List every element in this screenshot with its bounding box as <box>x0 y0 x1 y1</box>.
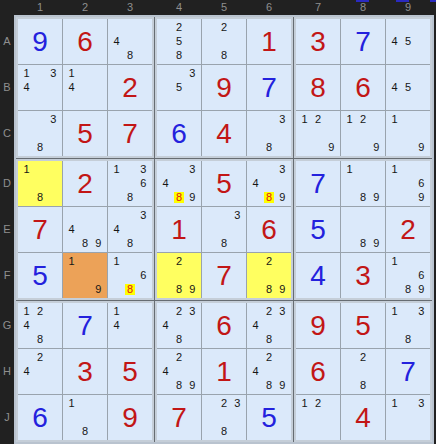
candidate-grid: 19 <box>65 254 105 297</box>
candidate-8: 8 <box>266 334 272 345</box>
cell-value: 8 <box>296 65 340 110</box>
board: 9648134142385725828135976438374586451291… <box>14 15 434 444</box>
box-1-2: 25828135976438 <box>155 17 293 158</box>
candidate-grid: 45 <box>388 20 428 63</box>
candidate-1: 1 <box>392 398 398 409</box>
row-label-F: F <box>0 269 14 281</box>
candidate-4: 4 <box>163 178 169 189</box>
candidate-1: 1 <box>392 114 398 125</box>
cell-B7[interactable]: 8 <box>296 65 340 110</box>
cell-value: 7 <box>247 65 291 110</box>
candidate-6: 6 <box>140 178 146 189</box>
box-3-1: 124871424356189 <box>16 301 154 442</box>
candidate-4: 4 <box>392 82 398 93</box>
col-label-9: 9 <box>405 0 411 15</box>
cell-A8[interactable]: 7 <box>341 19 385 64</box>
candidate-1: 1 <box>114 164 120 175</box>
cell-A7[interactable]: 3 <box>296 19 340 64</box>
col-label-4: 4 <box>176 0 182 15</box>
candidate-6: 6 <box>140 270 146 281</box>
cell-G3[interactable]: 14 <box>108 303 152 348</box>
cell-D9[interactable]: 169 <box>386 161 430 206</box>
cell-A5[interactable]: 28 <box>202 19 246 64</box>
box-2-2: 34895348913862897289 <box>155 159 293 300</box>
row-label-D: D <box>0 177 14 189</box>
cell-D1[interactable]: 18 <box>18 161 62 206</box>
cell-B1[interactable]: 134 <box>18 65 62 110</box>
cell-C5[interactable]: 4 <box>202 111 246 156</box>
candidate-8: 8 <box>125 284 135 295</box>
cell-E1[interactable]: 7 <box>18 207 62 252</box>
candidate-1: 1 <box>347 114 353 125</box>
candidate-3: 3 <box>189 164 195 175</box>
candidate-grid: 2489 <box>249 350 289 393</box>
box-1-3: 3745864512912919 <box>294 17 432 158</box>
cell-G5[interactable]: 6 <box>202 303 246 348</box>
cell-B6[interactable]: 7 <box>247 65 291 110</box>
cell-F8[interactable]: 3 <box>341 253 385 298</box>
candidate-1: 1 <box>347 164 353 175</box>
candidate-3: 3 <box>234 210 240 221</box>
col-label-1: 1 <box>37 0 43 15</box>
candidate-8: 8 <box>360 238 366 249</box>
cell-C6[interactable]: 38 <box>247 111 291 156</box>
cell-value: 5 <box>63 111 107 156</box>
cell-H5[interactable]: 1 <box>202 349 246 394</box>
candidate-1: 1 <box>392 306 398 317</box>
candidate-grid: 3489 <box>249 162 289 205</box>
cell-C1[interactable]: 38 <box>18 111 62 156</box>
cell-E4[interactable]: 1 <box>157 207 201 252</box>
candidate-grid: 14 <box>110 304 150 347</box>
row-label-C: C <box>0 127 14 139</box>
cell-value: 5 <box>341 303 385 348</box>
box-3-3: 95138628712413 <box>294 301 432 442</box>
row-label-H: H <box>0 365 14 377</box>
candidate-grid: 19 <box>388 112 428 155</box>
candidate-8: 8 <box>221 50 227 61</box>
cell-H4[interactable]: 2489 <box>157 349 201 394</box>
candidate-2: 2 <box>315 398 321 409</box>
candidate-8: 8 <box>266 284 272 295</box>
candidate-2: 2 <box>176 256 182 267</box>
candidate-8: 8 <box>127 50 133 61</box>
cell-F9[interactable]: 1689 <box>386 253 430 298</box>
candidate-9: 9 <box>95 284 101 295</box>
candidate-2: 2 <box>266 352 272 363</box>
candidate-grid: 48 <box>110 20 150 63</box>
candidate-8: 8 <box>176 380 182 391</box>
col-label-5: 5 <box>221 0 227 15</box>
cell-H2[interactable]: 3 <box>63 349 107 394</box>
candidate-2: 2 <box>37 352 43 363</box>
candidate-2: 2 <box>266 256 272 267</box>
cell-value: 9 <box>108 395 152 440</box>
candidate-9: 9 <box>418 192 424 203</box>
candidate-8: 8 <box>127 192 133 203</box>
candidate-1: 1 <box>114 256 120 267</box>
candidate-3: 3 <box>140 210 146 221</box>
cell-E7[interactable]: 5 <box>296 207 340 252</box>
cell-value: 1 <box>247 19 291 64</box>
candidate-2: 2 <box>266 306 272 317</box>
candidate-grid: 489 <box>65 208 105 251</box>
col-label-3: 3 <box>127 0 133 15</box>
cell-C8[interactable]: 129 <box>341 111 385 156</box>
candidate-4: 4 <box>253 178 259 189</box>
candidate-8: 8 <box>221 238 227 249</box>
candidate-grid: 35 <box>159 66 199 109</box>
candidate-4: 4 <box>24 366 30 377</box>
candidate-1: 1 <box>392 256 398 267</box>
candidate-grid: 18 <box>65 396 105 439</box>
candidate-grid: 24 <box>20 350 60 393</box>
cell-value: 5 <box>18 253 62 298</box>
candidate-grid: 28 <box>204 20 244 63</box>
candidate-4: 4 <box>163 366 169 377</box>
candidate-8: 8 <box>174 192 184 203</box>
candidate-6: 6 <box>418 178 424 189</box>
candidate-8: 8 <box>37 334 43 345</box>
candidate-grid: 348 <box>110 208 150 251</box>
candidate-grid: 13 <box>388 396 428 439</box>
cell-C7[interactable]: 129 <box>296 111 340 156</box>
cell-B9[interactable]: 45 <box>386 65 430 110</box>
candidate-9: 9 <box>373 142 379 153</box>
candidate-4: 4 <box>253 366 259 377</box>
cell-value: 4 <box>341 395 385 440</box>
cell-A2[interactable]: 6 <box>63 19 107 64</box>
candidate-grid: 1368 <box>110 162 150 205</box>
cell-D8[interactable]: 189 <box>341 161 385 206</box>
candidate-9: 9 <box>279 284 285 295</box>
cell-G4[interactable]: 2348 <box>157 303 201 348</box>
cell-H1[interactable]: 24 <box>18 349 62 394</box>
candidate-grid: 169 <box>388 162 428 205</box>
cell-E5[interactable]: 38 <box>202 207 246 252</box>
candidate-grid: 38 <box>249 112 289 155</box>
cell-C3[interactable]: 7 <box>108 111 152 156</box>
cell-E8[interactable]: 89 <box>341 207 385 252</box>
cell-value: 5 <box>247 395 291 440</box>
candidate-1: 1 <box>302 398 308 409</box>
cell-F6[interactable]: 289 <box>247 253 291 298</box>
candidate-2: 2 <box>37 306 43 317</box>
candidate-4: 4 <box>24 82 30 93</box>
candidate-4: 4 <box>114 224 120 235</box>
candidate-1: 1 <box>24 164 30 175</box>
cell-J3[interactable]: 9 <box>108 395 152 440</box>
cell-D2[interactable]: 2 <box>63 161 107 206</box>
candidate-grid: 238 <box>204 396 244 439</box>
candidate-grid: 129 <box>298 112 338 155</box>
candidate-8: 8 <box>37 192 43 203</box>
candidate-8: 8 <box>176 334 182 345</box>
cell-F1[interactable]: 5 <box>18 253 62 298</box>
cell-F4[interactable]: 289 <box>157 253 201 298</box>
candidate-4: 4 <box>114 320 120 331</box>
candidate-3: 3 <box>50 68 56 79</box>
cell-value: 6 <box>157 111 201 156</box>
candidate-grid: 45 <box>388 66 428 109</box>
cell-J9[interactable]: 13 <box>386 395 430 440</box>
candidate-1: 1 <box>114 306 120 317</box>
candidate-3: 3 <box>234 398 240 409</box>
candidate-9: 9 <box>189 284 195 295</box>
candidate-4: 4 <box>114 36 120 47</box>
cell-value: 6 <box>18 395 62 440</box>
cell-value: 1 <box>202 349 246 394</box>
candidate-8: 8 <box>405 334 411 345</box>
cell-E9[interactable]: 2 <box>386 207 430 252</box>
cell-B4[interactable]: 35 <box>157 65 201 110</box>
cell-value: 2 <box>63 161 107 206</box>
candidate-2: 2 <box>221 398 227 409</box>
cell-value: 4 <box>296 253 340 298</box>
cell-C9[interactable]: 19 <box>386 111 430 156</box>
candidate-1: 1 <box>69 398 75 409</box>
candidate-4: 4 <box>69 82 75 93</box>
candidate-1: 1 <box>69 256 75 267</box>
cell-F3[interactable]: 168 <box>108 253 152 298</box>
candidate-9: 9 <box>328 142 334 153</box>
candidate-8: 8 <box>82 238 88 249</box>
cell-B5[interactable]: 9 <box>202 65 246 110</box>
cell-D7[interactable]: 7 <box>296 161 340 206</box>
cell-G9[interactable]: 138 <box>386 303 430 348</box>
candidate-grid: 28 <box>343 350 383 393</box>
candidate-grid: 89 <box>343 208 383 251</box>
candidate-4: 4 <box>392 36 398 47</box>
cell-G6[interactable]: 2348 <box>247 303 291 348</box>
candidate-8: 8 <box>264 192 274 203</box>
candidate-8: 8 <box>360 192 366 203</box>
candidate-grid: 138 <box>388 304 428 347</box>
candidate-grid: 134 <box>20 66 60 109</box>
cutoff-toolbar-artifact <box>430 0 436 2</box>
cell-value: 3 <box>63 349 107 394</box>
cell-B2[interactable]: 14 <box>63 65 107 110</box>
cell-value: 2 <box>108 65 152 110</box>
cell-value: 5 <box>202 161 246 206</box>
cell-F7[interactable]: 4 <box>296 253 340 298</box>
candidate-grid: 168 <box>110 254 150 297</box>
candidate-grid: 189 <box>343 162 383 205</box>
candidate-2: 2 <box>176 352 182 363</box>
candidate-3: 3 <box>418 398 424 409</box>
candidate-5: 5 <box>405 36 411 47</box>
cell-A1[interactable]: 9 <box>18 19 62 64</box>
candidate-1: 1 <box>392 164 398 175</box>
candidate-6: 6 <box>418 270 424 281</box>
box-1-1: 96481341423857 <box>16 17 154 158</box>
candidate-2: 2 <box>221 22 227 33</box>
cell-value: 6 <box>341 65 385 110</box>
box-2-1: 18213687489348519168 <box>16 159 154 300</box>
candidate-grid: 2348 <box>159 304 199 347</box>
candidate-9: 9 <box>189 380 195 391</box>
cell-value: 6 <box>202 303 246 348</box>
candidate-9: 9 <box>373 192 379 203</box>
candidate-grid: 1689 <box>388 254 428 297</box>
candidate-8: 8 <box>221 426 227 437</box>
candidate-4: 4 <box>24 320 30 331</box>
candidate-4: 4 <box>163 320 169 331</box>
cell-A6[interactable]: 1 <box>247 19 291 64</box>
cell-value: 1 <box>157 207 201 252</box>
cell-value: 6 <box>247 207 291 252</box>
candidate-9: 9 <box>95 238 101 249</box>
candidate-8: 8 <box>176 50 182 61</box>
cell-F2[interactable]: 19 <box>63 253 107 298</box>
candidate-3: 3 <box>279 114 285 125</box>
cell-value: 5 <box>296 207 340 252</box>
cell-E2[interactable]: 489 <box>63 207 107 252</box>
candidate-2: 2 <box>176 22 182 33</box>
cell-J1[interactable]: 6 <box>18 395 62 440</box>
cell-value: 3 <box>341 253 385 298</box>
candidate-2: 2 <box>176 306 182 317</box>
cell-value: 9 <box>18 19 62 64</box>
cell-J5[interactable]: 238 <box>202 395 246 440</box>
cell-value: 6 <box>296 349 340 394</box>
cell-value: 7 <box>341 19 385 64</box>
cell-A4[interactable]: 258 <box>157 19 201 64</box>
candidate-9: 9 <box>373 238 379 249</box>
cell-value: 7 <box>157 395 201 440</box>
col-label-2: 2 <box>82 0 88 15</box>
candidate-5: 5 <box>176 36 182 47</box>
candidate-1: 1 <box>302 114 308 125</box>
cell-value: 7 <box>108 111 152 156</box>
row-label-E: E <box>0 223 14 235</box>
box-3-2: 23486234824891248972385 <box>155 301 293 442</box>
cell-J2[interactable]: 18 <box>63 395 107 440</box>
cell-value: 7 <box>386 349 430 394</box>
cell-value: 2 <box>386 207 430 252</box>
cell-value: 3 <box>296 19 340 64</box>
candidate-3: 3 <box>50 114 56 125</box>
cell-F5[interactable]: 7 <box>202 253 246 298</box>
candidate-2: 2 <box>360 114 366 125</box>
cell-E3[interactable]: 348 <box>108 207 152 252</box>
candidate-2: 2 <box>360 352 366 363</box>
candidate-9: 9 <box>418 142 424 153</box>
candidate-grid: 38 <box>20 112 60 155</box>
cell-H8[interactable]: 28 <box>341 349 385 394</box>
candidate-8: 8 <box>37 142 43 153</box>
cell-D6[interactable]: 3489 <box>247 161 291 206</box>
candidate-9: 9 <box>279 380 285 391</box>
candidate-9: 9 <box>418 284 424 295</box>
cell-D4[interactable]: 3489 <box>157 161 201 206</box>
candidate-grid: 38 <box>204 208 244 251</box>
candidate-5: 5 <box>176 82 182 93</box>
cell-G2[interactable]: 7 <box>63 303 107 348</box>
row-label-G: G <box>0 319 14 331</box>
cell-G1[interactable]: 1248 <box>18 303 62 348</box>
candidate-grid: 129 <box>343 112 383 155</box>
candidate-8: 8 <box>127 238 133 249</box>
candidate-8: 8 <box>266 142 272 153</box>
cell-value: 7 <box>202 253 246 298</box>
candidate-3: 3 <box>279 164 285 175</box>
candidate-grid: 289 <box>159 254 199 297</box>
cell-J6[interactable]: 5 <box>247 395 291 440</box>
cell-A9[interactable]: 45 <box>386 19 430 64</box>
cell-value: 7 <box>296 161 340 206</box>
candidate-4: 4 <box>253 320 259 331</box>
candidate-8: 8 <box>82 426 88 437</box>
cell-value: 9 <box>202 65 246 110</box>
row-label-A: A <box>0 35 14 47</box>
cell-J7[interactable]: 12 <box>296 395 340 440</box>
candidate-3: 3 <box>418 306 424 317</box>
cell-G8[interactable]: 5 <box>341 303 385 348</box>
cell-A3[interactable]: 48 <box>108 19 152 64</box>
candidate-1: 1 <box>24 306 30 317</box>
candidate-2: 2 <box>315 114 321 125</box>
cell-C4[interactable]: 6 <box>157 111 201 156</box>
cell-D3[interactable]: 1368 <box>108 161 152 206</box>
candidate-4: 4 <box>69 224 75 235</box>
cell-D5[interactable]: 5 <box>202 161 246 206</box>
col-label-8: 8 <box>360 0 366 15</box>
cell-J8[interactable]: 4 <box>341 395 385 440</box>
candidate-9: 9 <box>279 192 285 203</box>
cell-value: 7 <box>63 303 107 348</box>
candidate-3: 3 <box>189 306 195 317</box>
candidate-1: 1 <box>69 68 75 79</box>
cell-H3[interactable]: 5 <box>108 349 152 394</box>
cell-B8[interactable]: 6 <box>341 65 385 110</box>
cell-J4[interactable]: 7 <box>157 395 201 440</box>
candidate-grid: 289 <box>249 254 289 297</box>
cell-C2[interactable]: 5 <box>63 111 107 156</box>
row-label-J: J <box>0 411 14 423</box>
cell-H6[interactable]: 2489 <box>247 349 291 394</box>
cell-H7[interactable]: 6 <box>296 349 340 394</box>
cell-value: 5 <box>108 349 152 394</box>
candidate-3: 3 <box>279 306 285 317</box>
candidate-8: 8 <box>176 284 182 295</box>
candidate-grid: 2489 <box>159 350 199 393</box>
candidate-3: 3 <box>189 68 195 79</box>
candidate-5: 5 <box>405 82 411 93</box>
candidate-3: 3 <box>140 164 146 175</box>
cell-E6[interactable]: 6 <box>247 207 291 252</box>
cell-value: 9 <box>296 303 340 348</box>
candidate-8: 8 <box>266 380 272 391</box>
candidate-grid: 18 <box>20 162 60 205</box>
cell-value: 4 <box>202 111 246 156</box>
candidate-grid: 2348 <box>249 304 289 347</box>
candidate-grid: 3489 <box>159 162 199 205</box>
candidate-grid: 12 <box>298 396 338 439</box>
box-2-3: 71891695892431689 <box>294 159 432 300</box>
candidate-8: 8 <box>360 380 366 391</box>
candidate-1: 1 <box>24 68 30 79</box>
cell-G7[interactable]: 9 <box>296 303 340 348</box>
candidate-grid: 14 <box>65 66 105 109</box>
cell-B3[interactable]: 2 <box>108 65 152 110</box>
candidate-9: 9 <box>189 192 195 203</box>
cell-H9[interactable]: 7 <box>386 349 430 394</box>
row-label-B: B <box>0 81 14 93</box>
cell-value: 7 <box>18 207 62 252</box>
cell-value: 6 <box>63 19 107 64</box>
col-label-6: 6 <box>266 0 272 15</box>
